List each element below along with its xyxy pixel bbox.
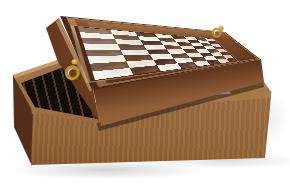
brass-post-icon xyxy=(71,59,79,65)
brass-ring-pull-right xyxy=(209,24,226,40)
chess-box-photo xyxy=(0,0,290,191)
